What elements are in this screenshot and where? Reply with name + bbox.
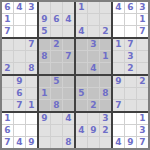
cell-r3c4[interactable]: 5 (39, 26, 50, 37)
cell-r2c11[interactable] (125, 14, 136, 25)
cell-r4c12[interactable] (137, 39, 148, 50)
cell-r12c9[interactable] (100, 137, 111, 148)
cell-r7c6[interactable] (63, 76, 74, 87)
cell-r12c8[interactable] (88, 137, 99, 148)
given-digit: 7 (65, 52, 71, 61)
cell-r3c1[interactable]: 7 (2, 26, 13, 37)
cell-r1c9[interactable] (100, 2, 111, 13)
cell-r6c10[interactable] (113, 63, 124, 74)
cell-r3c7[interactable]: 4 (76, 26, 87, 37)
cell-r11c1[interactable]: 6 (2, 125, 13, 136)
cell-r5c9[interactable]: 1 (100, 51, 111, 62)
cell-r9c11[interactable] (125, 100, 136, 111)
cell-r9c7[interactable] (76, 100, 87, 111)
cell-r3c6[interactable] (63, 26, 74, 37)
given-digit: 3 (90, 40, 96, 49)
cell-r4c2[interactable] (14, 39, 25, 50)
given-digit: 8 (41, 52, 47, 61)
given-digit: 1 (102, 52, 108, 61)
given-digit: 1 (78, 3, 84, 12)
cell-r8c6[interactable] (63, 88, 74, 99)
cell-r8c11[interactable] (125, 88, 136, 99)
cell-r6c6[interactable] (63, 63, 74, 74)
cell-r3c8[interactable] (88, 26, 99, 37)
cell-r3c5[interactable] (51, 26, 62, 37)
cell-r6c1[interactable]: 2 (2, 63, 13, 74)
cell-r5c10[interactable] (113, 51, 124, 62)
cell-r7c11[interactable] (125, 76, 136, 87)
given-digit: 7 (139, 138, 145, 147)
cell-r7c10[interactable]: 9 (113, 76, 124, 87)
given-digit: 2 (53, 40, 59, 49)
cell-r8c10[interactable] (113, 88, 124, 99)
cell-r2c10[interactable] (113, 14, 124, 25)
cell-r7c5[interactable]: 5 (51, 76, 62, 87)
sudoku-board: 6431463196417542772317871328429592615871… (0, 0, 150, 150)
given-digit: 9 (90, 126, 96, 135)
cell-r8c5[interactable] (51, 88, 62, 99)
cell-r6c9[interactable] (100, 63, 111, 74)
cell-r10c4[interactable]: 9 (39, 113, 50, 124)
cell-r4c8[interactable]: 3 (88, 39, 99, 50)
cell-r6c12[interactable] (137, 63, 148, 74)
given-digit: 4 (16, 138, 22, 147)
given-digit: 1 (139, 15, 145, 24)
cell-r11c9[interactable]: 2 (100, 125, 111, 136)
cell-r2c5[interactable]: 6 (51, 14, 62, 25)
given-digit: 1 (41, 89, 47, 98)
given-digit: 9 (16, 77, 22, 86)
cell-r5c8[interactable] (88, 51, 99, 62)
given-digit: 8 (102, 89, 108, 98)
cell-r9c1[interactable] (2, 100, 13, 111)
given-digit: 2 (102, 27, 108, 36)
cell-r5c12[interactable] (137, 51, 148, 62)
given-digit: 1 (4, 15, 10, 24)
cell-r7c12[interactable]: 2 (137, 76, 148, 87)
given-digit: 7 (4, 27, 10, 36)
given-digit: 7 (139, 27, 145, 36)
given-digit: 1 (115, 40, 121, 49)
given-digit: 4 (115, 138, 121, 147)
cell-r12c10[interactable]: 4 (113, 137, 124, 148)
given-digit: 3 (139, 3, 145, 12)
cell-r11c5[interactable] (51, 125, 62, 136)
cell-r11c3[interactable] (26, 125, 37, 136)
cell-r6c7[interactable] (76, 63, 87, 74)
given-digit: 2 (102, 126, 108, 135)
cell-r10c1[interactable]: 1 (2, 113, 13, 124)
cell-r11c4[interactable] (39, 125, 50, 136)
cell-r3c11[interactable] (125, 26, 136, 37)
cell-r11c10[interactable] (113, 125, 124, 136)
cell-r11c6[interactable] (63, 125, 74, 136)
cell-r4c6[interactable] (63, 39, 74, 50)
cell-r10c3[interactable] (26, 113, 37, 124)
given-digit: 8 (65, 138, 71, 147)
cell-r2c3[interactable] (26, 14, 37, 25)
cell-r10c10[interactable] (113, 113, 124, 124)
given-digit: 8 (53, 101, 59, 110)
cell-r12c7[interactable] (76, 137, 87, 148)
given-digit: 6 (4, 126, 10, 135)
cell-r5c7[interactable] (76, 51, 87, 62)
cell-r10c5[interactable] (51, 113, 62, 124)
given-digit: 2 (90, 101, 96, 110)
cell-r8c4[interactable]: 1 (39, 88, 50, 99)
cell-r11c2[interactable] (14, 125, 25, 136)
given-digit: 4 (90, 64, 96, 73)
cell-r1c10[interactable]: 4 (113, 2, 124, 13)
cell-r7c4[interactable] (39, 76, 50, 87)
cell-r6c11[interactable]: 2 (125, 63, 136, 74)
cell-r2c9[interactable] (100, 14, 111, 25)
given-digit: 4 (78, 27, 84, 36)
given-digit: 7 (16, 101, 22, 110)
cell-r1c4[interactable] (39, 2, 50, 13)
given-digit: 3 (28, 3, 34, 12)
given-digit: 4 (115, 3, 121, 12)
cell-r10c9[interactable]: 3 (100, 113, 111, 124)
cell-r1c8[interactable] (88, 2, 99, 13)
given-digit: 5 (41, 27, 47, 36)
cell-r1c2[interactable]: 4 (14, 2, 25, 13)
cell-r8c12[interactable] (137, 88, 148, 99)
given-digit: 1 (139, 114, 145, 123)
cell-r3c3[interactable] (26, 26, 37, 37)
cell-r11c11[interactable] (125, 125, 136, 136)
cell-r4c5[interactable]: 2 (51, 39, 62, 50)
given-digit: 1 (28, 101, 34, 110)
cell-r6c4[interactable] (39, 63, 50, 74)
cell-r1c1[interactable]: 6 (2, 2, 13, 13)
cell-r2c4[interactable]: 9 (39, 14, 50, 25)
cell-r5c6[interactable]: 7 (63, 51, 74, 62)
given-digit: 6 (53, 15, 59, 24)
cell-r10c8[interactable] (88, 113, 99, 124)
cell-r8c2[interactable]: 6 (14, 88, 25, 99)
given-digit: 7 (4, 138, 10, 147)
cell-r7c1[interactable] (2, 76, 13, 87)
cell-r7c8[interactable] (88, 76, 99, 87)
given-digit: 4 (16, 3, 22, 12)
cell-r5c3[interactable] (26, 51, 37, 62)
cell-r4c1[interactable] (2, 39, 13, 50)
cell-r2c2[interactable] (14, 14, 25, 25)
given-digit: 9 (41, 15, 47, 24)
given-digit: 3 (102, 114, 108, 123)
cell-r7c3[interactable] (26, 76, 37, 87)
cell-r12c5[interactable] (51, 137, 62, 148)
cell-r1c6[interactable] (63, 2, 74, 13)
cell-r12c6[interactable]: 8 (63, 137, 74, 148)
given-digit: 3 (127, 52, 133, 61)
cell-r2c7[interactable] (76, 14, 87, 25)
cell-r12c11[interactable]: 9 (125, 137, 136, 148)
cell-r5c5[interactable] (51, 51, 62, 62)
cell-r8c8[interactable] (88, 88, 99, 99)
cell-r8c9[interactable]: 8 (100, 88, 111, 99)
cell-r9c3[interactable]: 1 (26, 100, 37, 111)
cell-r6c3[interactable]: 8 (26, 63, 37, 74)
cell-r7c2[interactable]: 9 (14, 76, 25, 87)
given-digit: 2 (127, 64, 133, 73)
given-digit: 7 (127, 40, 133, 49)
cell-r6c5[interactable] (51, 63, 62, 74)
cell-r12c2[interactable]: 4 (14, 137, 25, 148)
cell-r3c9[interactable]: 2 (100, 26, 111, 37)
cell-r4c3[interactable]: 7 (26, 39, 37, 50)
given-digit: 7 (28, 40, 34, 49)
cell-r5c1[interactable] (2, 51, 13, 62)
given-digit: 6 (127, 3, 133, 12)
cell-r3c10[interactable] (113, 26, 124, 37)
given-digit: 2 (4, 64, 10, 73)
cell-r9c12[interactable] (137, 100, 148, 111)
cell-r4c11[interactable]: 7 (125, 39, 136, 50)
cell-r6c2[interactable] (14, 63, 25, 74)
cell-r5c11[interactable]: 3 (125, 51, 136, 62)
cell-r1c11[interactable]: 6 (125, 2, 136, 13)
given-digit: 9 (41, 114, 47, 123)
cell-r9c10[interactable]: 7 (113, 100, 124, 111)
given-digit: 6 (4, 3, 10, 12)
cell-r1c3[interactable]: 3 (26, 2, 37, 13)
given-digit: 5 (78, 89, 84, 98)
cell-r10c6[interactable]: 4 (63, 113, 74, 124)
given-digit: 5 (53, 77, 59, 86)
cell-r12c4[interactable] (39, 137, 50, 148)
cell-r10c11[interactable] (125, 113, 136, 124)
cell-r5c4[interactable]: 8 (39, 51, 50, 62)
cell-r9c5[interactable]: 8 (51, 100, 62, 111)
given-digit: 9 (115, 77, 121, 86)
cell-r10c7[interactable] (76, 113, 87, 124)
given-digit: 9 (127, 138, 133, 147)
cell-r6c8[interactable]: 4 (88, 63, 99, 74)
given-digit: 2 (139, 77, 145, 86)
given-digit: 6 (16, 89, 22, 98)
cell-r9c8[interactable]: 2 (88, 100, 99, 111)
cell-r12c12[interactable]: 7 (137, 137, 148, 148)
cell-r2c6[interactable]: 4 (63, 14, 74, 25)
given-digit: 3 (139, 126, 145, 135)
given-digit: 4 (78, 126, 84, 135)
given-digit: 8 (28, 64, 34, 73)
given-digit: 4 (65, 15, 71, 24)
cell-r7c7[interactable] (76, 76, 87, 87)
cell-r4c7[interactable] (76, 39, 87, 50)
cell-r2c1[interactable]: 1 (2, 14, 13, 25)
cell-r10c12[interactable]: 1 (137, 113, 148, 124)
cell-r2c12[interactable]: 1 (137, 14, 148, 25)
cell-r1c7[interactable]: 1 (76, 2, 87, 13)
cell-r4c9[interactable] (100, 39, 111, 50)
given-digit: 7 (115, 101, 121, 110)
cell-r12c3[interactable]: 9 (26, 137, 37, 148)
cell-r8c7[interactable]: 5 (76, 88, 87, 99)
cell-r10c2[interactable] (14, 113, 25, 124)
cell-r7c9[interactable] (100, 76, 111, 87)
cell-r11c7[interactable]: 4 (76, 125, 87, 136)
cell-r8c3[interactable] (26, 88, 37, 99)
cell-r9c9[interactable] (100, 100, 111, 111)
given-digit: 9 (28, 138, 34, 147)
cell-r2c8[interactable] (88, 14, 99, 25)
given-digit: 4 (65, 114, 71, 123)
cell-r3c2[interactable] (14, 26, 25, 37)
cell-r11c8[interactable]: 9 (88, 125, 99, 136)
cell-r1c5[interactable] (51, 2, 62, 13)
cell-r4c10[interactable]: 1 (113, 39, 124, 50)
cell-r3c12[interactable]: 7 (137, 26, 148, 37)
given-digit: 1 (4, 114, 10, 123)
cell-r9c6[interactable] (63, 100, 74, 111)
cell-r11c12[interactable]: 3 (137, 125, 148, 136)
cell-r8c1[interactable] (2, 88, 13, 99)
cell-r4c4[interactable] (39, 39, 50, 50)
cell-r9c4[interactable] (39, 100, 50, 111)
cell-r1c12[interactable]: 3 (137, 2, 148, 13)
cell-r5c2[interactable] (14, 51, 25, 62)
cell-r9c2[interactable]: 7 (14, 100, 25, 111)
cell-r12c1[interactable]: 7 (2, 137, 13, 148)
